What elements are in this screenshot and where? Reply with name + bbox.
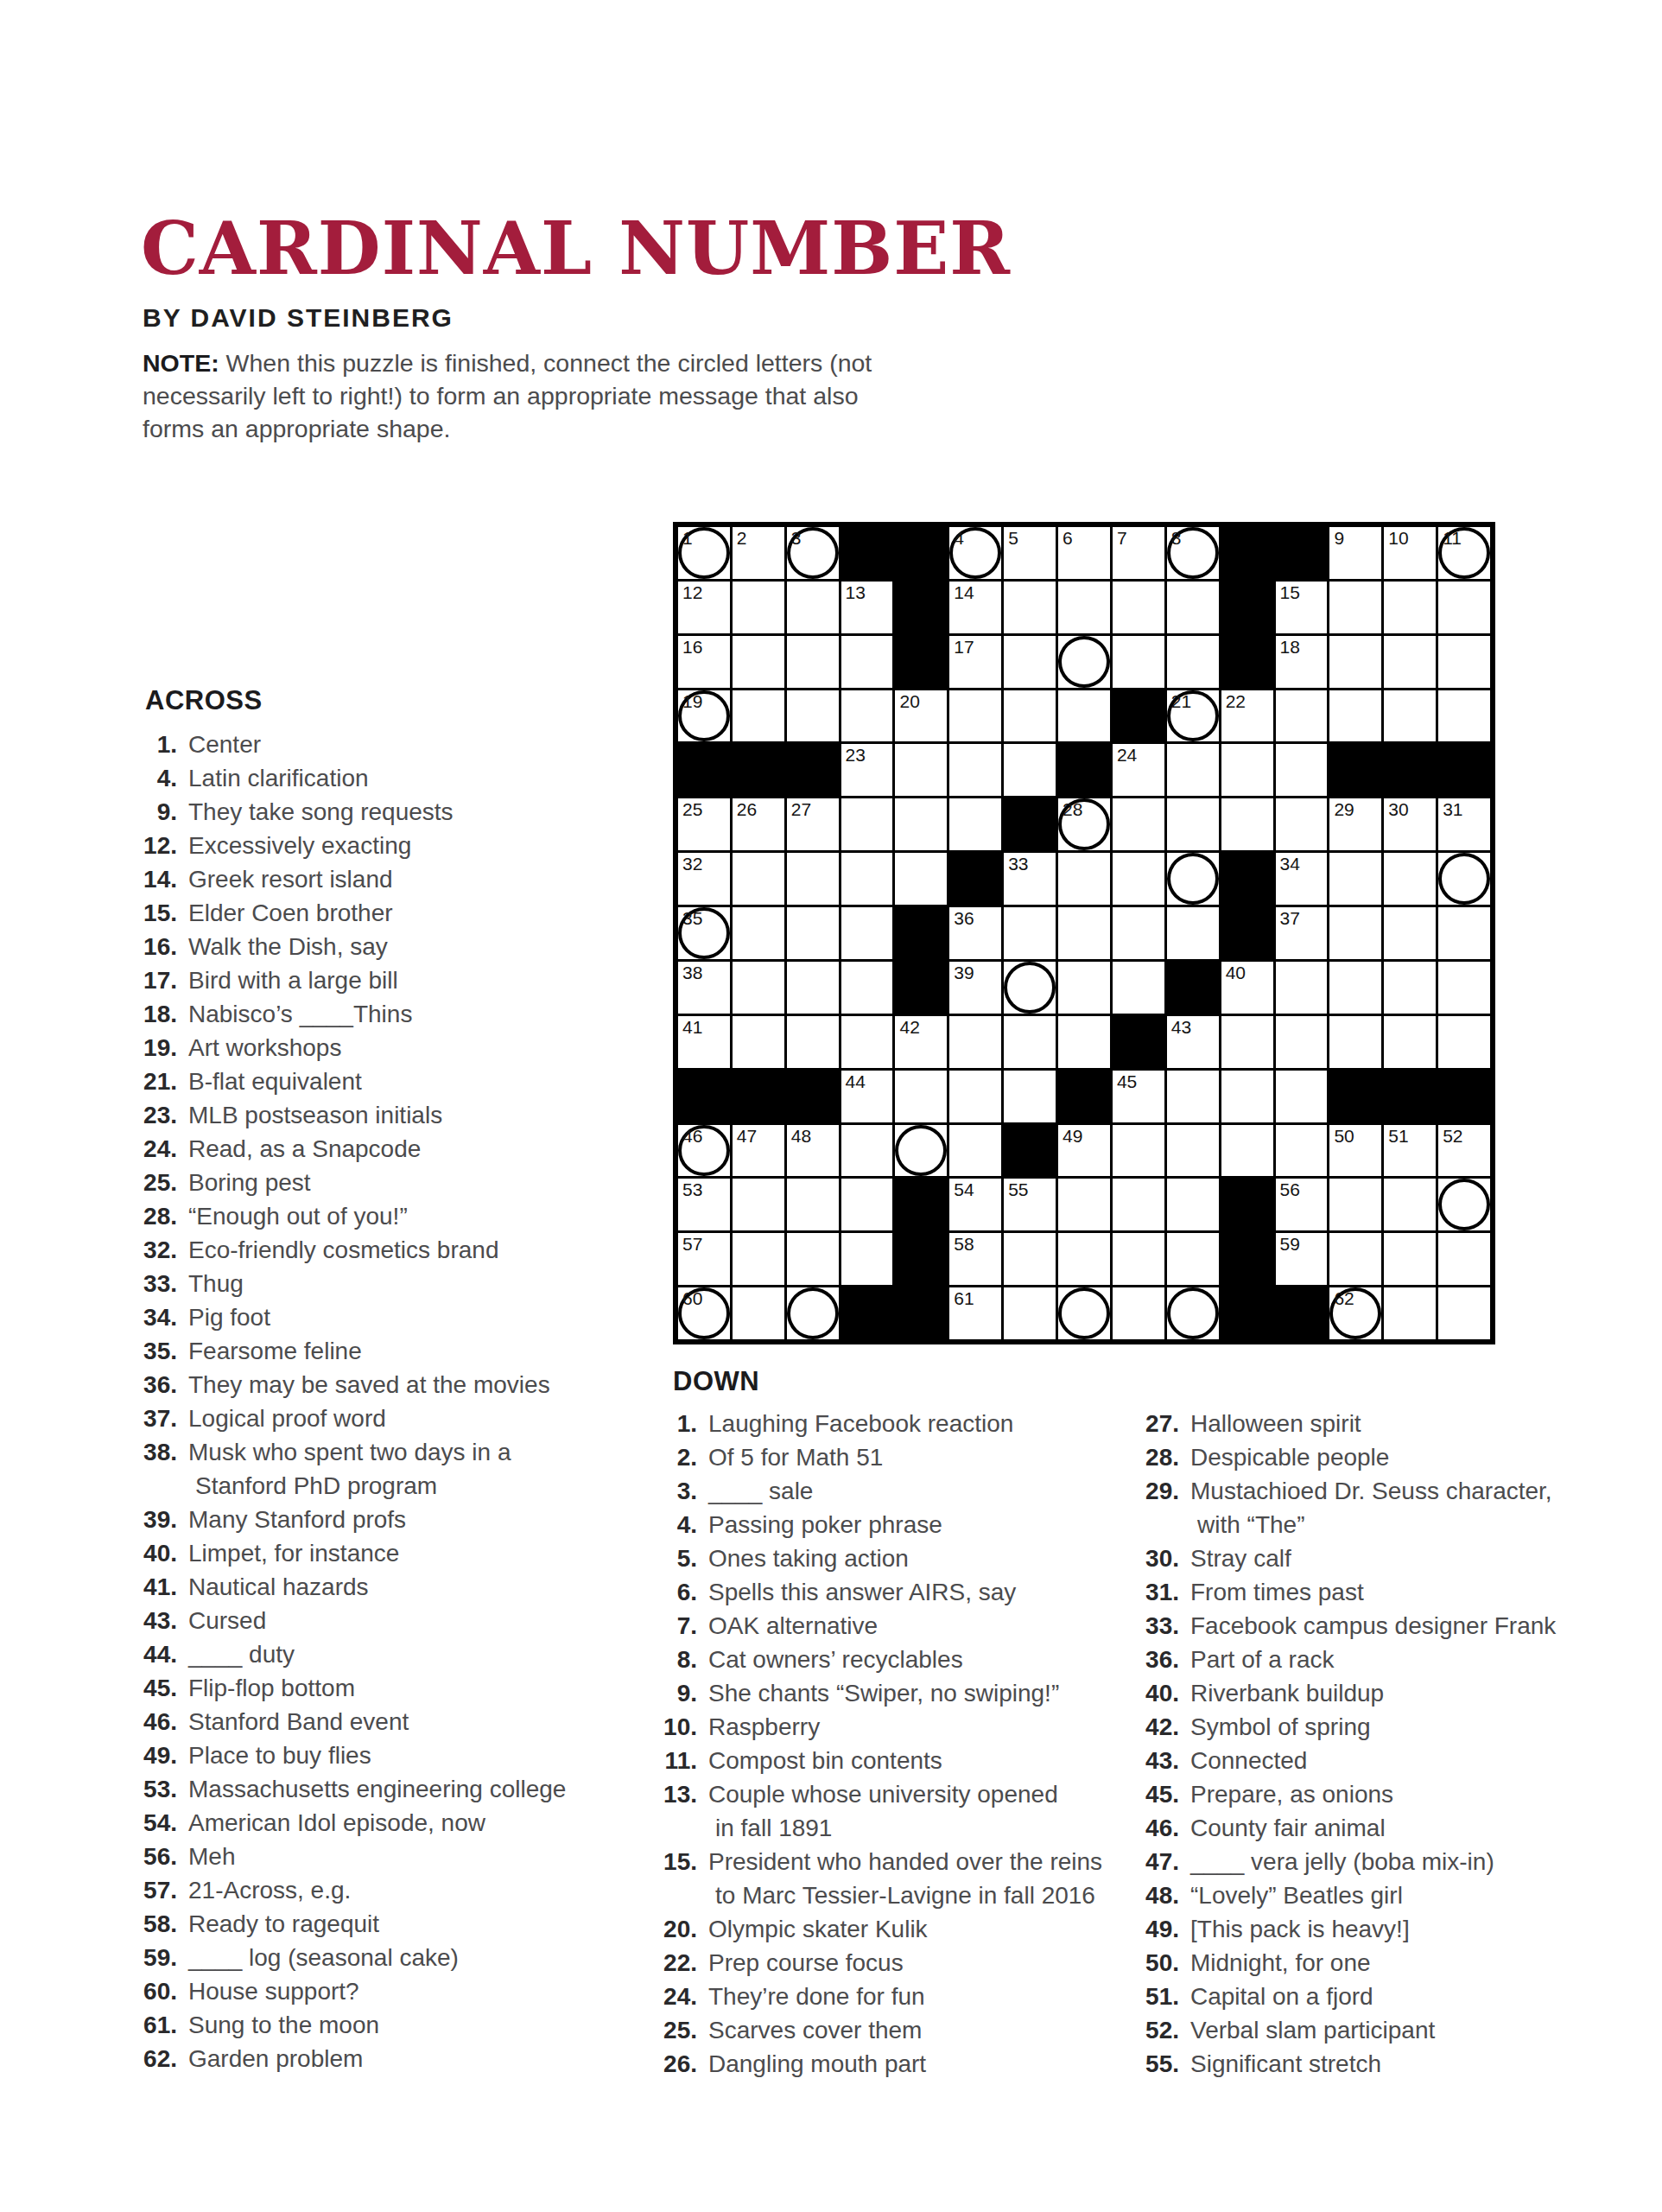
cell-r4c8[interactable]	[1058, 690, 1110, 742]
cell-r14c6[interactable]: 58	[949, 1233, 1001, 1285]
cell-number: 59	[1280, 1234, 1300, 1254]
clue-row: 14.Greek resort island	[134, 862, 566, 896]
clue-text: Scarves cover them	[708, 2013, 922, 2047]
clue-row: 49.[This pack is heavy!]	[1130, 1912, 1556, 1946]
cell-r3c13[interactable]	[1329, 636, 1381, 688]
down-clue-list-col2: 27.Halloween spirit28.Despicable people2…	[1130, 1407, 1556, 2081]
cell-r3c12[interactable]: 18	[1276, 636, 1328, 688]
cell-r2c15[interactable]	[1438, 582, 1490, 633]
cell-r4c12[interactable]	[1276, 690, 1328, 742]
cell-r5c5[interactable]	[895, 744, 947, 796]
cell-r7c13[interactable]	[1329, 853, 1381, 905]
cell-r12c14[interactable]: 51	[1384, 1125, 1436, 1177]
cell-r14c4[interactable]	[841, 1233, 893, 1285]
clue-text: Stanford Band event	[188, 1705, 409, 1738]
cell-r13c9[interactable]	[1113, 1179, 1164, 1230]
cell-number: 47	[737, 1126, 757, 1146]
cell-r6c5[interactable]	[895, 798, 947, 850]
cell-r14c14[interactable]	[1384, 1233, 1436, 1285]
cell-r5c13-black	[1329, 744, 1381, 796]
cell-number: 1	[682, 528, 693, 548]
clue-text: Couple whose university opened	[708, 1777, 1058, 1811]
cell-r10c14[interactable]	[1384, 1016, 1436, 1068]
cell-r10c11[interactable]	[1221, 1016, 1273, 1068]
clue-number: 36.	[134, 1368, 177, 1402]
cell-r7c2[interactable]	[733, 853, 784, 905]
cell-r10c3[interactable]	[787, 1016, 839, 1068]
cell-number: 44	[846, 1071, 866, 1091]
cell-r13c14[interactable]	[1384, 1179, 1436, 1230]
cell-r13c4[interactable]	[841, 1179, 893, 1230]
clue-row: 46.County fair animal	[1130, 1811, 1556, 1845]
clue-text: “Enough out of you!”	[188, 1199, 408, 1233]
clue-number: 18.	[134, 997, 177, 1031]
cell-r2c13[interactable]	[1329, 582, 1381, 633]
circle-marker	[1058, 1287, 1110, 1339]
clue-row: 42.Symbol of spring	[1130, 1710, 1556, 1744]
clue-text: Nautical hazards	[188, 1570, 369, 1604]
cell-r9c15[interactable]	[1438, 962, 1490, 1014]
cell-r4c9-black	[1113, 690, 1164, 742]
cell-r12c4[interactable]	[841, 1125, 893, 1177]
clue-continuation-line: in fall 1891	[650, 1811, 1102, 1845]
cell-r8c14[interactable]	[1384, 907, 1436, 959]
clue-row: 31.From times past	[1130, 1575, 1556, 1609]
cell-r4c2[interactable]	[733, 690, 784, 742]
cell-r6c11[interactable]	[1221, 798, 1273, 850]
clue-number: 22.	[650, 1946, 697, 1980]
clue-text: to Marc Tessier-Lavigne in fall 2016	[715, 1878, 1095, 1912]
cell-number: 30	[1388, 799, 1408, 819]
clue-number: 53.	[134, 1772, 177, 1806]
cell-number: 34	[1280, 854, 1300, 874]
cell-r6c8[interactable]: 28	[1058, 798, 1110, 850]
cell-r5c11[interactable]	[1221, 744, 1273, 796]
clue-number: 47.	[1130, 1845, 1179, 1878]
cell-r15c3[interactable]	[787, 1287, 839, 1339]
cell-r7c5[interactable]	[895, 853, 947, 905]
cell-r2c7[interactable]	[1004, 582, 1056, 633]
cell-r2c12[interactable]: 15	[1276, 582, 1328, 633]
cell-r8c2[interactable]	[733, 907, 784, 959]
cell-r1c15[interactable]: 11	[1438, 527, 1490, 579]
cell-r12c5[interactable]	[895, 1125, 947, 1177]
clue-number: 45.	[134, 1671, 177, 1705]
clue-text: B-flat equivalent	[188, 1065, 362, 1098]
cell-r3c15[interactable]	[1438, 636, 1490, 688]
cell-r4c5[interactable]: 20	[895, 690, 947, 742]
cell-r3c8[interactable]	[1058, 636, 1110, 688]
cell-r9c2[interactable]	[733, 962, 784, 1014]
cell-r5c12[interactable]	[1276, 744, 1328, 796]
cell-r9c9[interactable]	[1113, 962, 1164, 1014]
clue-continuation-line: Stanford PhD program	[134, 1469, 566, 1503]
cell-r9c1[interactable]: 38	[678, 962, 730, 1014]
cell-r2c9[interactable]	[1113, 582, 1164, 633]
cell-r11c5[interactable]	[895, 1071, 947, 1122]
cell-r13c10[interactable]	[1167, 1179, 1219, 1230]
clue-text: Massachusetts engineering college	[188, 1772, 566, 1806]
clue-number: 10.	[650, 1710, 697, 1744]
clue-number: 4.	[650, 1508, 697, 1541]
clue-row: 41.Nautical hazards	[134, 1570, 566, 1604]
cell-r7c7[interactable]: 33	[1004, 853, 1056, 905]
cell-r4c7[interactable]	[1004, 690, 1056, 742]
cell-r6c3[interactable]: 27	[787, 798, 839, 850]
cell-r10c4[interactable]	[841, 1016, 893, 1068]
cell-r7c8[interactable]	[1058, 853, 1110, 905]
cell-r10c12[interactable]	[1276, 1016, 1328, 1068]
clue-row: 49.Place to buy flies	[134, 1738, 566, 1772]
cell-r15c7[interactable]	[1004, 1287, 1056, 1339]
clue-row: 36.Part of a rack	[1130, 1643, 1556, 1676]
cell-r3c3[interactable]	[787, 636, 839, 688]
cell-r3c11-black	[1221, 636, 1273, 688]
clue-row: 27.Halloween spirit	[1130, 1407, 1556, 1440]
clue-number: 58.	[134, 1907, 177, 1941]
clue-text: Bird with a large bill	[188, 963, 398, 997]
cell-r7c12[interactable]: 34	[1276, 853, 1328, 905]
circle-marker	[895, 1125, 947, 1177]
clue-row: 44.____ duty	[134, 1637, 566, 1671]
cell-r7c11-black	[1221, 853, 1273, 905]
cell-r3c1[interactable]: 16	[678, 636, 730, 688]
cell-r14c9[interactable]	[1113, 1233, 1164, 1285]
cell-r14c12[interactable]: 59	[1276, 1233, 1328, 1285]
cell-r6c4[interactable]	[841, 798, 893, 850]
cell-r9c8[interactable]	[1058, 962, 1110, 1014]
cell-r8c8[interactable]	[1058, 907, 1110, 959]
cell-r1c4-black	[841, 527, 893, 579]
clue-row: 51.Capital on a fjord	[1130, 1980, 1556, 2013]
cell-r4c3[interactable]	[787, 690, 839, 742]
cell-r1c13[interactable]: 9	[1329, 527, 1381, 579]
cell-r9c3[interactable]	[787, 962, 839, 1014]
cell-r10c1[interactable]: 41	[678, 1016, 730, 1068]
clue-text: Musk who spent two days in a	[188, 1435, 511, 1469]
clue-number: 62.	[134, 2042, 177, 2075]
cell-r7c4[interactable]	[841, 853, 893, 905]
cell-r14c15[interactable]	[1438, 1233, 1490, 1285]
cell-r13c12[interactable]: 56	[1276, 1179, 1328, 1230]
cell-r9c13[interactable]	[1329, 962, 1381, 1014]
cell-r13c2[interactable]	[733, 1179, 784, 1230]
cell-r14c8[interactable]	[1058, 1233, 1110, 1285]
cell-r4c4[interactable]	[841, 690, 893, 742]
cell-r2c1[interactable]: 12	[678, 582, 730, 633]
cell-r7c9[interactable]	[1113, 853, 1164, 905]
clue-row: 20.Olympic skater Kulik	[650, 1912, 1102, 1946]
cell-r1c6[interactable]: 4	[949, 527, 1001, 579]
cell-r11c11[interactable]	[1221, 1071, 1273, 1122]
cell-r9c11[interactable]: 40	[1221, 962, 1273, 1014]
clue-text: Part of a rack	[1190, 1643, 1335, 1676]
cell-r13c8[interactable]	[1058, 1179, 1110, 1230]
cell-r5c7[interactable]	[1004, 744, 1056, 796]
clue-text: President who handed over the reins	[708, 1845, 1102, 1878]
cell-r11c4[interactable]: 44	[841, 1071, 893, 1122]
cell-r14c3[interactable]	[787, 1233, 839, 1285]
cell-r15c9[interactable]	[1113, 1287, 1164, 1339]
cell-r14c2[interactable]	[733, 1233, 784, 1285]
cell-r6c12[interactable]	[1276, 798, 1328, 850]
cell-r2c3[interactable]	[787, 582, 839, 633]
cell-r14c13[interactable]	[1329, 1233, 1381, 1285]
cell-r1c7[interactable]: 5	[1004, 527, 1056, 579]
cell-r2c6[interactable]: 14	[949, 582, 1001, 633]
cell-r1c12-black	[1276, 527, 1328, 579]
cell-r10c6[interactable]	[949, 1016, 1001, 1068]
cell-number: 29	[1334, 799, 1354, 819]
clue-number: 35.	[134, 1334, 177, 1368]
cell-r9c4[interactable]	[841, 962, 893, 1014]
clue-text: Place to buy flies	[188, 1738, 371, 1772]
clue-text: House support?	[188, 1974, 359, 2008]
cell-r5c4[interactable]: 23	[841, 744, 893, 796]
cell-r8c5-black	[895, 907, 947, 959]
clue-row: 9.She chants “Swiper, no swiping!”	[650, 1676, 1102, 1710]
clue-row: 5.Ones taking action	[650, 1541, 1102, 1575]
cell-r15c6[interactable]: 61	[949, 1287, 1001, 1339]
clue-text: Cat owners’ recyclables	[708, 1643, 963, 1676]
cell-r9c5-black	[895, 962, 947, 1014]
across-clue-list: 1.Center4.Latin clarification9.They take…	[134, 728, 566, 2075]
clue-text: with “The”	[1197, 1508, 1304, 1541]
cell-r3c9[interactable]	[1113, 636, 1164, 688]
cell-r6c14[interactable]: 30	[1384, 798, 1436, 850]
cell-r8c4[interactable]	[841, 907, 893, 959]
cell-r10c7[interactable]	[1004, 1016, 1056, 1068]
cell-r9c14[interactable]	[1384, 962, 1436, 1014]
cell-r4c1[interactable]: 19	[678, 690, 730, 742]
cell-r7c15[interactable]	[1438, 853, 1490, 905]
cell-r1c9[interactable]: 7	[1113, 527, 1164, 579]
clue-number: 14.	[134, 862, 177, 896]
cell-r10c8[interactable]	[1058, 1016, 1110, 1068]
cell-r12c3[interactable]: 48	[787, 1125, 839, 1177]
cell-r6c15[interactable]: 31	[1438, 798, 1490, 850]
cell-r12c10[interactable]	[1167, 1125, 1219, 1177]
cell-r10c9-black	[1113, 1016, 1164, 1068]
cell-r13c3[interactable]	[787, 1179, 839, 1230]
cell-r10c13[interactable]	[1329, 1016, 1381, 1068]
clue-text: Thug	[188, 1267, 244, 1300]
note-text: When this puzzle is finished, connect th…	[143, 349, 872, 442]
cell-r7c3[interactable]	[787, 853, 839, 905]
clue-text: Prep course focus	[708, 1946, 904, 1980]
cell-r12c2[interactable]: 47	[733, 1125, 784, 1177]
cell-r12c9[interactable]	[1113, 1125, 1164, 1177]
clue-text: Flip-flop bottom	[188, 1671, 355, 1705]
clue-number: 17.	[134, 963, 177, 997]
cell-r1c10[interactable]: 8	[1167, 527, 1219, 579]
cell-r11c7[interactable]	[1004, 1071, 1056, 1122]
clue-row: 54.American Idol episode, now	[134, 1806, 566, 1840]
clue-text: Facebook campus designer Frank	[1190, 1609, 1556, 1643]
cell-r13c6[interactable]: 54	[949, 1179, 1001, 1230]
clue-text: Olympic skater Kulik	[708, 1912, 928, 1946]
clue-number: 9.	[134, 795, 177, 829]
clue-row: 12.Excessively exacting	[134, 829, 566, 862]
clue-number: 32.	[134, 1233, 177, 1267]
cell-r15c15[interactable]	[1438, 1287, 1490, 1339]
cell-r15c2[interactable]	[733, 1287, 784, 1339]
cell-r13c13[interactable]	[1329, 1179, 1381, 1230]
cell-r5c9[interactable]: 24	[1113, 744, 1164, 796]
cell-r6c1[interactable]: 25	[678, 798, 730, 850]
clue-number: 43.	[1130, 1744, 1179, 1777]
cell-number: 18	[1280, 637, 1300, 657]
cell-r11c6[interactable]	[949, 1071, 1001, 1122]
cell-r1c3[interactable]: 3	[787, 527, 839, 579]
cell-r8c15[interactable]	[1438, 907, 1490, 959]
cell-r8c13[interactable]	[1329, 907, 1381, 959]
clue-number: 44.	[134, 1637, 177, 1671]
cell-r4c13[interactable]	[1329, 690, 1381, 742]
cell-number: 50	[1334, 1126, 1354, 1146]
clue-row: 37.Logical proof word	[134, 1402, 566, 1435]
cell-r6c13[interactable]: 29	[1329, 798, 1381, 850]
circle-marker	[1438, 1179, 1490, 1230]
cell-r12c6[interactable]	[949, 1125, 1001, 1177]
cell-number: 3	[791, 528, 802, 548]
cell-r13c1[interactable]: 53	[678, 1179, 730, 1230]
across-header: ACROSS	[145, 685, 263, 716]
cell-r8c9[interactable]	[1113, 907, 1164, 959]
cell-r12c15[interactable]: 52	[1438, 1125, 1490, 1177]
clue-text: ____ duty	[188, 1637, 295, 1671]
clue-text: Ready to ragequit	[188, 1907, 379, 1941]
cell-r15c10[interactable]	[1167, 1287, 1219, 1339]
cell-number: 55	[1008, 1179, 1028, 1199]
cell-r11c13-black	[1329, 1071, 1381, 1122]
cell-r3c7[interactable]	[1004, 636, 1056, 688]
clue-row: 3.____ sale	[650, 1474, 1102, 1508]
cell-r10c2[interactable]	[733, 1016, 784, 1068]
cell-r2c2[interactable]	[733, 582, 784, 633]
clue-text: Elder Coen brother	[188, 896, 393, 930]
cell-r7c10[interactable]	[1167, 853, 1219, 905]
cell-r10c15[interactable]	[1438, 1016, 1490, 1068]
cell-r6c2[interactable]: 26	[733, 798, 784, 850]
cell-r3c14[interactable]	[1384, 636, 1436, 688]
cell-r11c9[interactable]: 45	[1113, 1071, 1164, 1122]
cell-r14c1[interactable]: 57	[678, 1233, 730, 1285]
cell-r11c15-black	[1438, 1071, 1490, 1122]
clue-number: 50.	[1130, 1946, 1179, 1980]
cell-r12c11[interactable]	[1221, 1125, 1273, 1177]
cell-r14c10[interactable]	[1167, 1233, 1219, 1285]
clue-text: OAK alternative	[708, 1609, 878, 1643]
cell-r11c10[interactable]	[1167, 1071, 1219, 1122]
cell-r2c8[interactable]	[1058, 582, 1110, 633]
clue-text: Ones taking action	[708, 1541, 909, 1575]
cell-r8c6[interactable]: 36	[949, 907, 1001, 959]
cell-r8c1[interactable]: 35	[678, 907, 730, 959]
cell-r2c10[interactable]	[1167, 582, 1219, 633]
cell-r15c1[interactable]: 60	[678, 1287, 730, 1339]
cell-r9c6[interactable]: 39	[949, 962, 1001, 1014]
clue-text: Meh	[188, 1840, 235, 1873]
cell-r3c2[interactable]	[733, 636, 784, 688]
cell-r11c1-black	[678, 1071, 730, 1122]
cell-r1c1[interactable]: 1	[678, 527, 730, 579]
cell-r13c7[interactable]: 55	[1004, 1179, 1056, 1230]
cell-r12c12[interactable]	[1276, 1125, 1328, 1177]
cell-number: 20	[899, 691, 919, 711]
cell-r1c2[interactable]: 2	[733, 527, 784, 579]
cell-r8c3[interactable]	[787, 907, 839, 959]
cell-r1c8[interactable]: 6	[1058, 527, 1110, 579]
clue-text: Passing poker phrase	[708, 1508, 942, 1541]
puzzle-byline: BY DAVID STEINBERG	[143, 303, 454, 333]
cell-r4c11[interactable]: 22	[1221, 690, 1273, 742]
cell-r5c10[interactable]	[1167, 744, 1219, 796]
clue-text: They’re done for fun	[708, 1980, 925, 2013]
cell-r12c8[interactable]: 49	[1058, 1125, 1110, 1177]
cell-r15c14[interactable]	[1384, 1287, 1436, 1339]
cell-r8c10[interactable]	[1167, 907, 1219, 959]
clue-number: 61.	[134, 2008, 177, 2042]
cell-r13c15[interactable]	[1438, 1179, 1490, 1230]
cell-r6c6[interactable]	[949, 798, 1001, 850]
cell-r3c4[interactable]	[841, 636, 893, 688]
clue-row: 26.Dangling mouth part	[650, 2047, 1102, 2081]
cell-r4c15[interactable]	[1438, 690, 1490, 742]
cell-r12c13[interactable]: 50	[1329, 1125, 1381, 1177]
cell-r6c10[interactable]	[1167, 798, 1219, 850]
clue-text: Stray calf	[1190, 1541, 1291, 1575]
cell-r14c7[interactable]	[1004, 1233, 1056, 1285]
cell-r10c10[interactable]: 43	[1167, 1016, 1219, 1068]
cell-r5c6[interactable]	[949, 744, 1001, 796]
cell-r8c7[interactable]	[1004, 907, 1056, 959]
cell-number: 45	[1117, 1071, 1137, 1091]
clue-text: Many Stanford profs	[188, 1503, 406, 1536]
cell-r6c9[interactable]	[1113, 798, 1164, 850]
clue-row: 16.Walk the Dish, say	[134, 930, 566, 963]
cell-r15c13[interactable]: 62	[1329, 1287, 1381, 1339]
cell-r10c5[interactable]: 42	[895, 1016, 947, 1068]
clue-text: Halloween spirit	[1190, 1407, 1361, 1440]
cell-number: 43	[1171, 1017, 1191, 1037]
cell-r7c14[interactable]	[1384, 853, 1436, 905]
cell-r15c8[interactable]	[1058, 1287, 1110, 1339]
cell-r8c12[interactable]: 37	[1276, 907, 1328, 959]
cell-r4c6[interactable]	[949, 690, 1001, 742]
cell-r4c10[interactable]: 21	[1167, 690, 1219, 742]
cell-r7c1[interactable]: 32	[678, 853, 730, 905]
cell-r2c4[interactable]: 13	[841, 582, 893, 633]
clue-number: 16.	[134, 930, 177, 963]
cell-r11c12[interactable]	[1276, 1071, 1328, 1122]
clue-text: They may be saved at the movies	[188, 1368, 550, 1402]
clue-row: 50.Midnight, for one	[1130, 1946, 1556, 1980]
cell-r3c6[interactable]: 17	[949, 636, 1001, 688]
clue-number: 26.	[650, 2047, 697, 2081]
cell-r9c12[interactable]	[1276, 962, 1328, 1014]
cell-r1c14[interactable]: 10	[1384, 527, 1436, 579]
cell-r4c14[interactable]	[1384, 690, 1436, 742]
cell-r2c14[interactable]	[1384, 582, 1436, 633]
clue-text: Logical proof word	[188, 1402, 386, 1435]
cell-number: 17	[954, 637, 974, 657]
cell-r9c7[interactable]	[1004, 962, 1056, 1014]
cell-number: 33	[1008, 854, 1028, 874]
cell-r12c1[interactable]: 46	[678, 1125, 730, 1177]
circle-marker	[1004, 962, 1056, 1014]
cell-r3c10[interactable]	[1167, 636, 1219, 688]
